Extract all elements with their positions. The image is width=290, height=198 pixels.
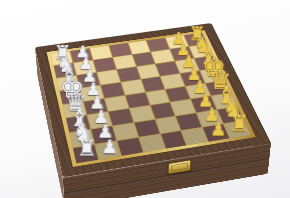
chess-board[interactable]: ♜♟♟♜♞♟♟♞♝♟♟♝♚♟♟♚♛♟♟♛♝♟♟♝♞♟♟♞♜♟♟♜ <box>51 33 251 163</box>
lid-seam <box>64 158 270 195</box>
piece-gold-pawn[interactable]: ♟ <box>210 122 226 138</box>
product-photo-stage: ♜♟♟♜♞♟♟♞♝♟♟♝♚♟♟♚♛♟♟♛♝♟♟♝♞♟♟♞♜♟♟♜ <box>0 0 290 198</box>
scene-3d: ♜♟♟♜♞♟♟♞♝♟♟♝♚♟♟♚♛♟♟♛♝♟♟♝♞♟♟♞♜♟♟♜ <box>47 0 243 190</box>
chess-box: ♜♟♟♜♞♟♟♞♝♟♟♝♚♟♟♚♛♟♟♛♝♟♟♝♞♟♟♞♜♟♟♜ <box>35 23 271 177</box>
board-brass-frame: ♜♟♟♜♞♟♟♞♝♟♟♝♚♟♟♚♛♟♟♛♝♟♟♝♞♟♟♞♜♟♟♜ <box>47 30 256 167</box>
piece-gold-rook[interactable]: ♜ <box>230 114 250 134</box>
piece-silver-pawn[interactable]: ♟ <box>101 139 118 156</box>
square-a1[interactable]: ♜ <box>73 145 98 163</box>
square-a2[interactable]: ♟ <box>95 141 120 159</box>
piece-silver-rook[interactable]: ♜ <box>76 138 97 159</box>
square-a7[interactable]: ♟ <box>203 124 229 141</box>
square-c6[interactable] <box>171 100 196 116</box>
latch-plate-icon <box>171 162 188 171</box>
square-a3[interactable] <box>117 138 142 156</box>
